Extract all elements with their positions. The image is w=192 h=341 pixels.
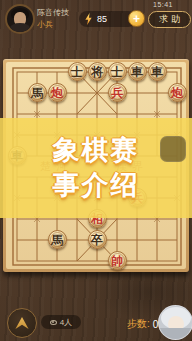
mountain-icon [15,317,30,330]
move-counter: 步数: 0 [127,317,158,331]
piece-black[interactable]: 卒 [88,230,107,249]
banner-overlay: 象棋赛 事介绍 [0,118,192,218]
spectator-count: 4人 [60,317,72,328]
piece-black[interactable]: 士 [108,62,127,81]
banner-title-line1: 象棋赛 [53,133,140,168]
piece-character: 士 [111,66,123,78]
player-avatar[interactable] [5,4,35,34]
lightning-icon [84,13,93,25]
piece-character: 帥 [111,255,123,267]
banner-title-line2: 事介绍 [53,168,140,203]
spectators-pill[interactable]: 4人 [41,315,81,329]
piece-character: 士 [71,66,83,78]
piece-red[interactable]: 炮 [48,83,67,102]
piece-red[interactable]: 兵 [108,83,127,102]
eye-icon [50,320,57,325]
clock-time: 15:41 [153,1,173,8]
game-screen: 15:41 陈音传技 小兵 85 + 求助 楚河 漢界 士将士車車馬炮兵炮車兵相… [0,0,192,341]
move-counter-label: 步数: [127,317,150,331]
player-rank: 小兵 [37,19,53,30]
player-name: 陈音传技 [37,7,69,18]
piece-character: 車 [131,66,143,78]
piece-black[interactable]: 車 [128,62,147,81]
piece-character: 炮 [51,87,63,99]
piece-red[interactable]: 帥 [108,251,127,270]
piece-character: 車 [151,66,163,78]
piece-character: 馬 [31,87,43,99]
piece-black[interactable]: 馬 [48,230,67,249]
piece-character: 将 [91,66,103,78]
raise-flag-button[interactable] [7,308,37,338]
piece-character: 炮 [171,87,183,99]
energy-value: 85 [97,14,107,24]
piece-character: 卒 [91,234,103,246]
piece-black[interactable]: 士 [68,62,87,81]
opponent-avatar[interactable] [158,305,192,340]
avatar-body [10,23,30,33]
help-button[interactable]: 求助 [148,11,191,28]
piece-character: 兵 [111,87,123,99]
piece-black[interactable]: 車 [148,62,167,81]
floating-widget-button[interactable] [160,136,186,162]
piece-character: 馬 [51,234,63,246]
piece-black[interactable]: 将 [88,62,107,81]
piece-black[interactable]: 馬 [28,83,47,102]
piece-red[interactable]: 炮 [168,83,187,102]
energy-plus-button[interactable]: + [128,10,145,27]
opponent-avatar-body [159,328,192,340]
